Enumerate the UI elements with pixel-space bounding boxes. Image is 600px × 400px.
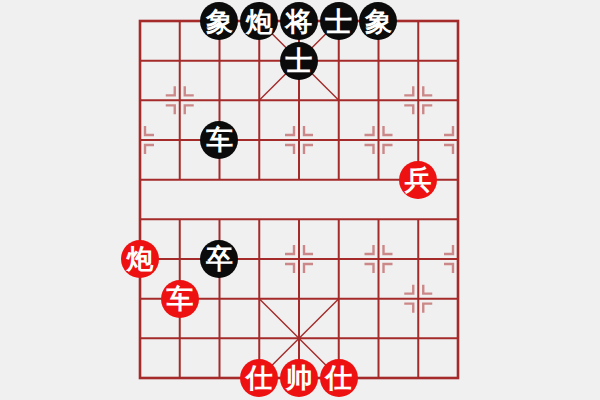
pieces-layer: 象炮将士象士车兵炮卒车仕帅仕 bbox=[120, 1, 478, 398]
piece-black-elephant[interactable]: 象 bbox=[359, 2, 397, 40]
piece-black-elephant[interactable]: 象 bbox=[200, 2, 238, 40]
xiangqi-board: 象炮将士象士车兵炮卒车仕帅仕 bbox=[0, 0, 600, 400]
piece-black-soldier[interactable]: 卒 bbox=[200, 240, 238, 278]
piece-red-chariot[interactable]: 车 bbox=[161, 280, 199, 318]
piece-black-general[interactable]: 将 bbox=[280, 2, 318, 40]
piece-red-king[interactable]: 帅 bbox=[280, 359, 318, 397]
piece-red-cannon[interactable]: 炮 bbox=[121, 240, 159, 278]
piece-red-soldier[interactable]: 兵 bbox=[399, 161, 437, 199]
piece-black-advisor[interactable]: 士 bbox=[280, 42, 318, 80]
piece-black-cannon[interactable]: 炮 bbox=[240, 2, 278, 40]
piece-red-advisor[interactable]: 仕 bbox=[320, 359, 358, 397]
piece-red-advisor[interactable]: 仕 bbox=[240, 359, 278, 397]
piece-black-chariot[interactable]: 车 bbox=[200, 121, 238, 159]
piece-black-advisor[interactable]: 士 bbox=[320, 2, 358, 40]
